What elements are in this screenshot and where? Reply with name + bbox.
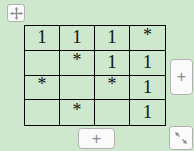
- cell-r4c4[interactable]: 1: [130, 100, 165, 125]
- mine-asterisk: *: [143, 26, 152, 44]
- puzzle-builder-canvas: 111**11**1*1 + +: [0, 0, 194, 151]
- cell-r2c4[interactable]: 1: [130, 51, 165, 76]
- cell-r3c3[interactable]: *: [95, 76, 130, 101]
- mine-asterisk: *: [108, 75, 117, 93]
- clue-number: 1: [143, 77, 153, 96]
- move-button[interactable]: [7, 4, 25, 22]
- cell-r1c3[interactable]: 1: [95, 26, 130, 51]
- add-row-button[interactable]: +: [78, 128, 115, 149]
- move-icon: [10, 7, 23, 20]
- cell-r3c1[interactable]: *: [25, 76, 60, 101]
- puzzle-grid: 111**11**1*1: [24, 25, 166, 126]
- cell-r1c1[interactable]: 1: [25, 26, 60, 51]
- clue-number: 1: [143, 102, 153, 121]
- cell-r1c4[interactable]: *: [130, 26, 165, 51]
- cell-r4c2[interactable]: *: [60, 100, 95, 125]
- resize-icon: [174, 131, 188, 145]
- cell-r3c4[interactable]: 1: [130, 76, 165, 101]
- add-column-button[interactable]: +: [170, 59, 193, 95]
- cell-r4c1[interactable]: [25, 100, 60, 125]
- cell-r2c1[interactable]: [25, 51, 60, 76]
- resize-button[interactable]: [169, 126, 193, 150]
- plus-icon: +: [177, 68, 186, 86]
- plus-icon: +: [92, 130, 101, 148]
- cell-r1c2[interactable]: 1: [60, 26, 95, 51]
- clue-number: 1: [72, 27, 82, 46]
- cell-r3c2[interactable]: [60, 76, 95, 101]
- cell-r2c3[interactable]: 1: [95, 51, 130, 76]
- clue-number: 1: [143, 52, 153, 71]
- clue-number: 1: [107, 27, 117, 46]
- mine-asterisk: *: [73, 51, 82, 69]
- clue-number: 1: [107, 52, 117, 71]
- mine-asterisk: *: [73, 101, 82, 119]
- mine-asterisk: *: [38, 75, 47, 93]
- cell-r2c2[interactable]: *: [60, 51, 95, 76]
- cell-r4c3[interactable]: [95, 100, 130, 125]
- clue-number: 1: [37, 27, 47, 46]
